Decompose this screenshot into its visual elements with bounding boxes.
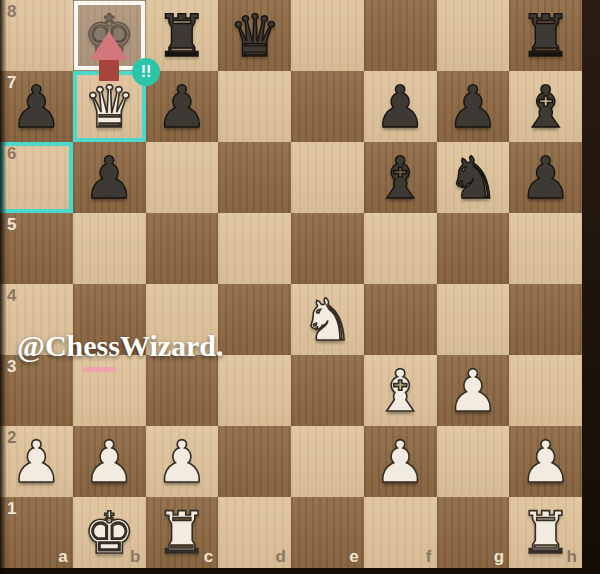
- square-a1[interactable]: 1a: [0, 497, 73, 568]
- white-pawn-g3[interactable]: ♟: [437, 355, 510, 426]
- chess-app-screenshot: 8♚♜♛♜7♟♛♟♟♟♝6♟♝♞♟54♞3♝♟2♟♟♟♟♟1ab♚c♜defgh…: [0, 0, 600, 574]
- black-knight-g6[interactable]: ♞: [437, 142, 510, 213]
- square-f8[interactable]: [364, 0, 437, 71]
- square-e7[interactable]: [291, 71, 364, 142]
- rank-label-8: 8: [7, 2, 16, 22]
- square-b3[interactable]: [73, 355, 146, 426]
- square-e4[interactable]: ♞: [291, 284, 364, 355]
- square-d2[interactable]: [218, 426, 291, 497]
- square-e3[interactable]: [291, 355, 364, 426]
- square-d1[interactable]: d: [218, 497, 291, 568]
- square-g1[interactable]: g: [437, 497, 510, 568]
- rank-label-4: 4: [7, 286, 16, 306]
- black-bishop-f6[interactable]: ♝: [364, 142, 437, 213]
- square-a7[interactable]: 7♟: [0, 71, 73, 142]
- square-c7[interactable]: ♟: [146, 71, 219, 142]
- rank-label-6: 6: [7, 144, 16, 164]
- rank-label-2: 2: [7, 428, 16, 448]
- rank-label-7: 7: [7, 73, 16, 93]
- square-b5[interactable]: [73, 213, 146, 284]
- file-label-h: h: [567, 547, 577, 567]
- square-a2[interactable]: 2♟: [0, 426, 73, 497]
- file-label-e: e: [349, 547, 358, 567]
- square-g2[interactable]: [437, 426, 510, 497]
- black-bishop-h7[interactable]: ♝: [509, 71, 582, 142]
- square-h2[interactable]: ♟: [509, 426, 582, 497]
- square-e5[interactable]: [291, 213, 364, 284]
- square-c2[interactable]: ♟: [146, 426, 219, 497]
- square-h5[interactable]: [509, 213, 582, 284]
- white-knight-e4[interactable]: ♞: [291, 284, 364, 355]
- square-f7[interactable]: ♟: [364, 71, 437, 142]
- file-label-c: c: [204, 547, 213, 567]
- square-g8[interactable]: [437, 0, 510, 71]
- square-e8[interactable]: [291, 0, 364, 71]
- square-f1[interactable]: f: [364, 497, 437, 568]
- square-h6[interactable]: ♟: [509, 142, 582, 213]
- square-f2[interactable]: ♟: [364, 426, 437, 497]
- square-c5[interactable]: [146, 213, 219, 284]
- black-rook-h8[interactable]: ♜: [509, 0, 582, 71]
- square-b1[interactable]: b♚: [73, 497, 146, 568]
- square-e2[interactable]: [291, 426, 364, 497]
- square-c1[interactable]: c♜: [146, 497, 219, 568]
- black-pawn-g7[interactable]: ♟: [437, 71, 510, 142]
- white-pawn-b2[interactable]: ♟: [73, 426, 146, 497]
- black-rook-c8[interactable]: ♜: [146, 0, 219, 71]
- square-f4[interactable]: [364, 284, 437, 355]
- file-label-g: g: [494, 547, 504, 567]
- square-c8[interactable]: ♜: [146, 0, 219, 71]
- square-g7[interactable]: ♟: [437, 71, 510, 142]
- square-d3[interactable]: [218, 355, 291, 426]
- square-h8[interactable]: ♜: [509, 0, 582, 71]
- square-e6[interactable]: [291, 142, 364, 213]
- right-background-band: [582, 0, 600, 574]
- square-b8[interactable]: ♚: [73, 0, 146, 71]
- square-d4[interactable]: [218, 284, 291, 355]
- brilliant-move-badge: !!: [132, 58, 160, 86]
- square-f6[interactable]: ♝: [364, 142, 437, 213]
- square-c6[interactable]: [146, 142, 219, 213]
- black-pawn-c7[interactable]: ♟: [146, 71, 219, 142]
- black-pawn-b6[interactable]: ♟: [73, 142, 146, 213]
- black-pawn-h6[interactable]: ♟: [509, 142, 582, 213]
- square-e1[interactable]: e: [291, 497, 364, 568]
- square-g5[interactable]: [437, 213, 510, 284]
- square-h3[interactable]: [509, 355, 582, 426]
- pink-underline-mark: [83, 367, 116, 372]
- square-f3[interactable]: ♝: [364, 355, 437, 426]
- ghost-black-king-b8[interactable]: ♚: [73, 0, 146, 71]
- rank-label-5: 5: [7, 215, 16, 235]
- white-pawn-c2[interactable]: ♟: [146, 426, 219, 497]
- square-a3[interactable]: 3: [0, 355, 73, 426]
- black-pawn-f7[interactable]: ♟: [364, 71, 437, 142]
- square-g4[interactable]: [437, 284, 510, 355]
- square-b7[interactable]: ♛: [73, 71, 146, 142]
- square-h4[interactable]: [509, 284, 582, 355]
- square-d5[interactable]: [218, 213, 291, 284]
- square-f5[interactable]: [364, 213, 437, 284]
- watermark-text: @ChessWizard.: [17, 329, 224, 363]
- square-h7[interactable]: ♝: [509, 71, 582, 142]
- chess-board: 8♚♜♛♜7♟♛♟♟♟♝6♟♝♞♟54♞3♝♟2♟♟♟♟♟1ab♚c♜defgh…: [0, 0, 582, 568]
- square-g6[interactable]: ♞: [437, 142, 510, 213]
- square-c3[interactable]: [146, 355, 219, 426]
- file-label-d: d: [276, 547, 286, 567]
- square-a8[interactable]: 8: [0, 0, 73, 71]
- square-d6[interactable]: [218, 142, 291, 213]
- white-pawn-f2[interactable]: ♟: [364, 426, 437, 497]
- file-label-f: f: [426, 547, 432, 567]
- square-d8[interactable]: ♛: [218, 0, 291, 71]
- square-b6[interactable]: ♟: [73, 142, 146, 213]
- rank-label-1: 1: [7, 499, 16, 519]
- left-edge-shadow: [0, 0, 7, 574]
- square-a5[interactable]: 5: [0, 213, 73, 284]
- square-g3[interactable]: ♟: [437, 355, 510, 426]
- square-d7[interactable]: [218, 71, 291, 142]
- white-queen-b7[interactable]: ♛: [73, 71, 146, 142]
- white-bishop-f3[interactable]: ♝: [364, 355, 437, 426]
- square-b2[interactable]: ♟: [73, 426, 146, 497]
- square-h1[interactable]: h♜: [509, 497, 582, 568]
- file-label-a: a: [58, 547, 67, 567]
- white-pawn-h2[interactable]: ♟: [509, 426, 582, 497]
- bottom-background-band: [0, 568, 582, 574]
- square-a6[interactable]: 6: [0, 142, 73, 213]
- rank-label-3: 3: [7, 357, 16, 377]
- black-queen-d8[interactable]: ♛: [218, 0, 291, 71]
- file-label-b: b: [130, 547, 140, 567]
